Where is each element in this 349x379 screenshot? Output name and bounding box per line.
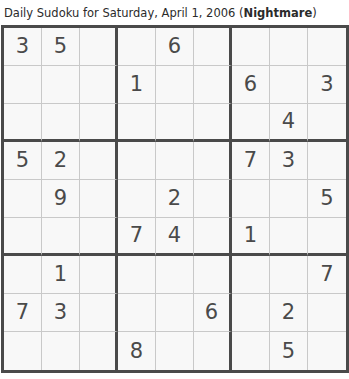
cell-r3c5[interactable] [156,104,194,142]
sudoku-board: 3561634527392574117736285 [1,25,349,373]
cell-r2c3[interactable] [80,66,118,104]
cell-r3c3[interactable] [80,104,118,142]
cell-r1c9[interactable] [308,28,346,66]
cell-r6c2[interactable] [42,218,80,256]
cell-r6c3[interactable] [80,218,118,256]
cell-r9c2[interactable] [42,332,80,370]
cell-r4c7: 7 [232,142,270,180]
cell-r1c3[interactable] [80,28,118,66]
cell-r4c1: 5 [4,142,42,180]
cell-r9c8: 5 [270,332,308,370]
cell-r8c2: 3 [42,294,80,332]
cell-r6c9[interactable] [308,218,346,256]
cell-r7c5[interactable] [156,256,194,294]
cell-r2c5[interactable] [156,66,194,104]
cell-r4c6[interactable] [194,142,232,180]
cell-r4c4[interactable] [118,142,156,180]
cell-r4c8: 3 [270,142,308,180]
cell-r7c7[interactable] [232,256,270,294]
cell-r8c8: 2 [270,294,308,332]
cell-r9c4: 8 [118,332,156,370]
cell-r1c4[interactable] [118,28,156,66]
cell-r6c1[interactable] [4,218,42,256]
cell-r9c6[interactable] [194,332,232,370]
cell-r2c2[interactable] [42,66,80,104]
cell-r6c5: 4 [156,218,194,256]
cell-r8c5[interactable] [156,294,194,332]
cell-r1c6[interactable] [194,28,232,66]
cell-r3c1[interactable] [4,104,42,142]
cell-r5c6[interactable] [194,180,232,218]
cell-r8c3[interactable] [80,294,118,332]
cell-r8c1: 7 [4,294,42,332]
cell-r8c7[interactable] [232,294,270,332]
page-title-prefix: Daily Sudoku for Saturday, April 1, 2006… [4,6,244,20]
cell-r7c6[interactable] [194,256,232,294]
cell-r7c1[interactable] [4,256,42,294]
cell-r5c3[interactable] [80,180,118,218]
cell-r3c7[interactable] [232,104,270,142]
cell-r9c3[interactable] [80,332,118,370]
cell-r3c8: 4 [270,104,308,142]
cell-r8c9[interactable] [308,294,346,332]
cell-r4c5[interactable] [156,142,194,180]
cell-r7c3[interactable] [80,256,118,294]
cell-r7c2: 1 [42,256,80,294]
cell-r2c9: 3 [308,66,346,104]
cell-r5c1[interactable] [4,180,42,218]
cell-r3c2[interactable] [42,104,80,142]
cell-r1c1: 3 [4,28,42,66]
daily-sudoku-page: Daily Sudoku for Saturday, April 1, 2006… [0,0,349,379]
cell-r1c8[interactable] [270,28,308,66]
cell-r5c4[interactable] [118,180,156,218]
cell-r9c9[interactable] [308,332,346,370]
cell-r7c9: 7 [308,256,346,294]
cell-r6c6[interactable] [194,218,232,256]
difficulty-label: Nightmare [244,6,313,20]
cell-r7c8[interactable] [270,256,308,294]
cell-r1c5: 6 [156,28,194,66]
cell-r6c8[interactable] [270,218,308,256]
cell-r8c6: 6 [194,294,232,332]
cell-r5c7[interactable] [232,180,270,218]
cell-r2c7: 6 [232,66,270,104]
cell-r3c4[interactable] [118,104,156,142]
cell-r2c1[interactable] [4,66,42,104]
cell-r9c7[interactable] [232,332,270,370]
page-title-suffix: ) [312,6,317,20]
cell-r9c5[interactable] [156,332,194,370]
cell-r2c8[interactable] [270,66,308,104]
cell-r3c9[interactable] [308,104,346,142]
cell-r6c7: 1 [232,218,270,256]
cell-r5c5: 2 [156,180,194,218]
cell-r5c9: 5 [308,180,346,218]
cell-r9c1[interactable] [4,332,42,370]
cell-r5c8[interactable] [270,180,308,218]
cell-r2c6[interactable] [194,66,232,104]
cell-r5c2: 9 [42,180,80,218]
cell-r1c2: 5 [42,28,80,66]
cell-r8c4[interactable] [118,294,156,332]
cell-r6c4: 7 [118,218,156,256]
cell-r1c7[interactable] [232,28,270,66]
cell-r7c4[interactable] [118,256,156,294]
cell-r4c2: 2 [42,142,80,180]
cell-r2c4: 1 [118,66,156,104]
cell-r4c9[interactable] [308,142,346,180]
page-title: Daily Sudoku for Saturday, April 1, 2006… [0,0,349,25]
cell-r4c3[interactable] [80,142,118,180]
cell-r3c6[interactable] [194,104,232,142]
